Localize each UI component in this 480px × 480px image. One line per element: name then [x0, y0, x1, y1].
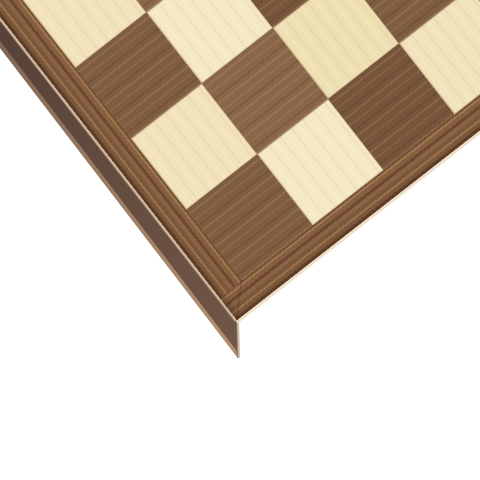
- frame-mitre-joint: [236, 279, 242, 320]
- chessboard-product-photo: [0, 0, 480, 480]
- chessboard: [0, 0, 480, 320]
- board-frame: [0, 0, 480, 320]
